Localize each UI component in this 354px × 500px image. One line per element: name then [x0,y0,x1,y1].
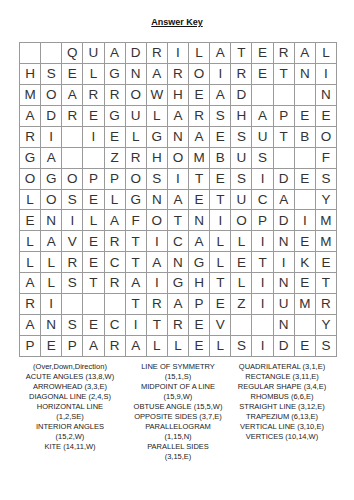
grid-cell: H [168,85,189,106]
grid-cell: L [231,231,252,252]
grid-cell: T [210,190,231,211]
grid-cell: E [20,210,41,231]
grid-cell: G [189,252,210,273]
grid-cell [295,315,316,336]
grid-cell: A [168,106,189,127]
grid-cell [295,148,316,169]
grid-cell: L [105,190,126,211]
grid-cell: P [189,294,210,315]
grid-cell: Z [231,294,252,315]
answer-entry-line: REGULAR SHAPE (3,4,E) [220,382,344,392]
grid-cell: E [189,315,210,336]
grid-cell: R [231,64,252,85]
grid-cell: N [274,273,295,294]
grid-cell: E [295,106,316,127]
grid-cell: G [105,64,126,85]
grid-cell: N [274,231,295,252]
grid-cell: S [316,336,337,357]
grid-cell: Z [105,148,126,169]
grid-cell: O [231,210,252,231]
grid-cell: N [189,210,210,231]
grid-cell: C [105,252,126,273]
grid-cell: O [20,169,41,190]
grid-cell: L [41,273,62,294]
grid-cell: A [295,43,316,64]
grid-cell: A [147,252,168,273]
grid-cell: H [147,148,168,169]
grid-cell [231,315,252,336]
grid-cell: C [168,231,189,252]
grid-cell: T [126,294,147,315]
grid-cell: G [105,106,126,127]
grid-cell [274,148,295,169]
grid-cell: A [41,148,62,169]
grid-cell: A [189,231,210,252]
grid-cell: S [62,315,83,336]
grid-cell: A [126,273,147,294]
grid-cell: I [252,169,273,190]
grid-cell: E [295,336,316,357]
grid-cell: A [105,210,126,231]
grid-cell [295,190,316,211]
grid-cell [62,294,83,315]
grid-cell: I [210,64,231,85]
grid-cell: E [83,106,104,127]
answer-entry-line: QUADRILATERAL (3,1,E) [220,362,344,372]
answer-entry-line: (15,2,W) [8,432,132,442]
grid-cell: Y [316,190,337,211]
grid-cell: I [168,43,189,64]
grid-cell: L [20,231,41,252]
answer-column-1: (Over,Down,Direction)ACUTE ANGLES (13,8,… [8,362,132,452]
grid-cell: I [274,252,295,273]
grid-cell: I [252,294,273,315]
grid-cell: A [189,127,210,148]
grid-cell: O [168,148,189,169]
answer-column-3: QUADRILATERAL (3,1,E)RECTANGLE (3,11,E)R… [220,362,344,442]
grid-cell: E [295,273,316,294]
grid-cell: A [210,43,231,64]
answer-entry-line: (Over,Down,Direction) [8,362,132,372]
answer-entry-line: VERTICES (10,14,W) [220,432,344,442]
grid-cell: G [168,273,189,294]
grid-cell: O [189,64,210,85]
grid-cell [295,85,316,106]
grid-cell [83,148,104,169]
grid-cell: T [274,64,295,85]
grid-cell: I [295,210,316,231]
grid-cell: H [231,106,252,127]
grid-cell: S [41,64,62,85]
grid-cell: U [252,127,273,148]
grid-cell: O [41,190,62,211]
grid-cell: E [316,106,337,127]
grid-cell: P [274,106,295,127]
answer-entry-line: PARALLEL SIDES [116,442,240,452]
grid-cell: A [62,85,83,106]
grid-cell: N [274,315,295,336]
grid-cell: M [316,210,337,231]
grid-cell: T [231,43,252,64]
grid-cell: A [105,43,126,64]
grid-cell: R [126,148,147,169]
grid-cell: D [231,85,252,106]
grid-cell: O [126,85,147,106]
grid-cell: T [126,231,147,252]
grid-cell: E [83,190,104,211]
grid-cell: K [295,252,316,273]
grid-cell: D [274,169,295,190]
grid-cell: L [147,106,168,127]
grid-cell: O [62,169,83,190]
grid-cell: E [210,127,231,148]
grid-cell: L [20,252,41,273]
grid-cell: B [295,127,316,148]
grid-cell: U [83,43,104,64]
answer-entry-line: DIAGONAL LINE (2,4,S) [8,392,132,402]
grid-cell: I [168,169,189,190]
grid-cell: Y [316,315,337,336]
grid-cell: S [147,169,168,190]
grid-cell: M [295,294,316,315]
answer-entry-line: RECTANGLE (3,11,E) [220,372,344,382]
grid-cell: A [252,106,273,127]
grid-cell: H [20,64,41,85]
grid-cell: N [168,252,189,273]
grid-cell: R [62,106,83,127]
grid-cell: E [252,64,273,85]
grid-cell: T [252,252,273,273]
grid-cell: A [147,64,168,85]
grid-cell: T [126,252,147,273]
grid-cell: R [62,252,83,273]
grid-cell: D [126,43,147,64]
grid-cell: E [189,85,210,106]
grid-cell: T [168,210,189,231]
grid-cell: R [20,127,41,148]
answer-entry-line: ACUTE ANGLES (13,8,W) [8,372,132,382]
grid-cell: L [168,336,189,357]
grid-cell: R [105,231,126,252]
grid-cell: E [83,252,104,273]
grid-cell [252,315,273,336]
grid-cell: E [189,336,210,357]
grid-cell: U [274,294,295,315]
grid-cell [83,294,104,315]
grid-cell: I [210,210,231,231]
answer-entry-line: RHOMBUS (6,6,E) [220,392,344,402]
grid-cell: A [168,294,189,315]
grid-cell: R [274,43,295,64]
grid-cell: L [189,43,210,64]
grid-cell: A [41,231,62,252]
grid-cell: G [147,127,168,148]
grid-cell: E [62,64,83,85]
grid-cell: P [252,210,273,231]
grid-cell: I [126,315,147,336]
grid-cell: O [126,169,147,190]
grid-cell: U [231,190,252,211]
grid-cell: N [126,64,147,85]
grid-cell: M [20,85,41,106]
grid-cell: R [189,106,210,127]
grid-cell: N [147,190,168,211]
grid-cell: U [231,148,252,169]
grid-cell: A [210,85,231,106]
grid-cell: E [189,190,210,211]
grid-cell [20,43,41,64]
grid-cell: N [41,210,62,231]
grid-cell: L [316,43,337,64]
grid-cell: E [252,43,273,64]
answer-list: (Over,Down,Direction)ACUTE ANGLES (13,8,… [0,362,354,462]
grid-cell: A [20,315,41,336]
grid-cell: L [126,127,147,148]
grid-cell: I [62,210,83,231]
grid-cell: L [210,252,231,273]
grid-cell: E [295,231,316,252]
grid-cell: T [210,273,231,294]
grid-cell: M [189,148,210,169]
grid-cell: A [126,336,147,357]
grid-cell: E [210,169,231,190]
grid-cell: P [105,169,126,190]
grid-cell: G [126,190,147,211]
grid-cell: I [147,231,168,252]
grid-cell: R [168,315,189,336]
grid-cell: E [41,336,62,357]
grid-cell: R [20,294,41,315]
grid-cell: R [105,336,126,357]
grid-cell: C [105,315,126,336]
grid-cell [62,127,83,148]
grid-cell: R [105,273,126,294]
grid-cell: S [252,148,273,169]
page-title: Answer Key [0,17,354,27]
grid-cell: T [83,273,104,294]
grid-cell: C [252,190,273,211]
answer-entry-line: (1,2,SE) [8,412,132,422]
grid-cell: A [20,273,41,294]
grid-cell: S [316,169,337,190]
grid-cell: W [147,85,168,106]
grid-cell: E [83,231,104,252]
grid-cell: R [105,85,126,106]
answer-entry-line: STRAIGHT LINE (3,12,E) [220,402,344,412]
grid-cell: I [41,294,62,315]
grid-cell: S [231,127,252,148]
grid-cell: P [62,336,83,357]
grid-cell: D [274,210,295,231]
grid-cell: H [189,273,210,294]
grid-cell: L [210,336,231,357]
grid-cell: S [62,190,83,211]
grid-cell: F [126,210,147,231]
answer-entry-line: INTERIOR ANGLES [8,422,132,432]
grid-cell: M [316,231,337,252]
grid-cell [105,294,126,315]
grid-cell: G [41,169,62,190]
word-search-grid: QUADRILATERALHSELGNAROIRETNIMOARROWHEADN… [19,42,337,357]
grid-cell: D [41,106,62,127]
grid-cell [62,148,83,169]
grid-cell: I [316,64,337,85]
grid-cell: N [316,85,337,106]
grid-cell: U [126,106,147,127]
grid-cell [41,43,62,64]
grid-cell: R [316,294,337,315]
answer-entry-line: VERTICAL LINE (3,10,E) [220,422,344,432]
grid-cell: N [168,127,189,148]
grid-cell: E [231,252,252,273]
grid-cell: S [210,106,231,127]
grid-cell: I [252,336,273,357]
grid-cell: F [316,148,337,169]
grid-cell: E [105,127,126,148]
grid-cell: E [210,294,231,315]
grid-cell: S [231,169,252,190]
grid-cell: L [41,252,62,273]
grid-cell: T [274,127,295,148]
answer-entry-line: HORIZONTAL LINE [8,402,132,412]
grid-cell: A [20,106,41,127]
grid-cell: E [83,315,104,336]
grid-cell: A [274,190,295,211]
grid-cell: O [147,210,168,231]
grid-cell: T [316,273,337,294]
grid-cell: T [189,169,210,190]
grid-cell: P [83,169,104,190]
grid-cell: I [252,273,273,294]
answer-entry-line: KITE (14,11,W) [8,442,132,452]
grid-cell: L [83,64,104,85]
grid-cell: N [295,64,316,85]
answer-entry-line: (3,15,E) [116,452,240,462]
grid-cell: O [316,127,337,148]
grid-cell [274,85,295,106]
grid-cell: I [147,273,168,294]
grid-cell: L [210,231,231,252]
grid-cell: D [274,336,295,357]
grid-cell: Q [62,43,83,64]
grid-cell [252,85,273,106]
grid-cell: N [41,315,62,336]
answer-entry-line: TRAPEZIUM (6,13,E) [220,412,344,422]
grid-cell: V [210,315,231,336]
grid-cell: L [231,273,252,294]
answer-entry-line: ARROWHEAD (3,3,E) [8,382,132,392]
grid-cell: T [147,315,168,336]
grid-cell: E [316,252,337,273]
grid-cell: E [295,169,316,190]
grid-cell: S [62,273,83,294]
grid-cell: V [62,231,83,252]
grid-cell: A [168,190,189,211]
grid-cell: L [83,210,104,231]
grid-cell: R [168,64,189,85]
grid-cell: R [147,43,168,64]
grid-cell: I [41,127,62,148]
grid-cell: O [41,85,62,106]
grid-cell: L [147,336,168,357]
grid-cell: L [20,190,41,211]
grid-cell: I [252,231,273,252]
grid-cell: B [210,148,231,169]
grid-cell: P [20,336,41,357]
grid-cell: A [83,336,104,357]
grid-cell: S [231,336,252,357]
grid-cell: G [20,148,41,169]
grid-cell: I [83,127,104,148]
grid-cell: R [147,294,168,315]
grid-cell: R [83,85,104,106]
